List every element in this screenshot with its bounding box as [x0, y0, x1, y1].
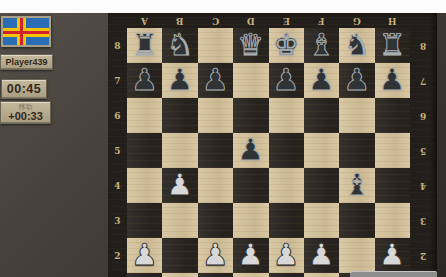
square-a1[interactable]: ♜ [127, 273, 162, 277]
rank-label-text: 7 [420, 76, 426, 86]
piece-white-pawn-e2: ♟ [273, 240, 300, 270]
square-a5[interactable] [127, 133, 162, 168]
rank-label-right-2: 2 [410, 238, 437, 273]
rank-label-left-5: 5 [108, 133, 127, 168]
square-h6[interactable] [375, 98, 410, 133]
square-d7[interactable] [233, 63, 268, 98]
square-b6[interactable] [162, 98, 197, 133]
file-label-text: C [212, 16, 219, 26]
square-f7[interactable]: ♟ [304, 63, 339, 98]
rank-label-left-6: 6 [108, 98, 127, 133]
piece-white-pawn-f2: ♟ [308, 240, 335, 270]
square-d6[interactable] [233, 98, 268, 133]
rank-label-text: 5 [420, 146, 426, 156]
rank-label-text: 8 [420, 41, 426, 51]
piece-white-pawn-a2: ♟ [131, 240, 158, 270]
rank-label-right-5: 5 [410, 133, 437, 168]
square-b2[interactable] [162, 238, 197, 273]
player-name-plate: Player439 [0, 54, 53, 70]
square-e4[interactable] [269, 168, 304, 203]
rank-label-text: 3 [114, 216, 120, 226]
square-f1[interactable]: ♝ [304, 273, 339, 277]
square-a8[interactable]: ♜ [127, 28, 162, 63]
square-g2[interactable] [339, 238, 374, 273]
piece-black-knight-b8: ♞ [167, 30, 194, 60]
rank-label-left-8: 8 [108, 28, 127, 63]
square-c8[interactable] [198, 28, 233, 63]
rank-label-left-1: 1 [108, 273, 127, 277]
piece-white-pawn-b4: ♟ [167, 170, 194, 200]
square-d8[interactable]: ♛ [233, 28, 268, 63]
aland-islands-flag-icon [3, 18, 49, 45]
square-e3[interactable] [269, 203, 304, 238]
file-label-c: C [198, 13, 233, 28]
rank-label-right-7: 7 [410, 63, 437, 98]
bottom-right-overlay-panel[interactable] [350, 271, 437, 277]
square-c1[interactable]: ♝ [198, 273, 233, 277]
square-a3[interactable] [127, 203, 162, 238]
rank-labels-right: 87654321 [410, 28, 437, 277]
piece-black-rook-a8: ♜ [131, 30, 158, 60]
square-b8[interactable]: ♞ [162, 28, 197, 63]
rank-label-text: 7 [114, 76, 120, 86]
square-b1[interactable]: ♞ [162, 273, 197, 277]
square-d3[interactable] [233, 203, 268, 238]
file-label-text: B [176, 16, 184, 26]
square-b3[interactable] [162, 203, 197, 238]
square-e7[interactable]: ♟ [269, 63, 304, 98]
player-clock: 00:45 [1, 79, 47, 99]
file-label-text: A [141, 16, 148, 26]
square-c2[interactable]: ♟ [198, 238, 233, 273]
increment-label: 移动 [19, 103, 33, 110]
increment-time: +00:33 [8, 111, 43, 122]
square-c3[interactable] [198, 203, 233, 238]
square-a6[interactable] [127, 98, 162, 133]
piece-black-queen-d8: ♛ [237, 30, 264, 60]
piece-white-pawn-d2: ♟ [237, 240, 264, 270]
rank-label-text: 3 [420, 216, 426, 226]
rank-label-text: 2 [114, 251, 120, 261]
rank-label-right-8: 8 [410, 28, 437, 63]
clock-time: 00:45 [7, 82, 41, 96]
piece-white-pawn-c2: ♟ [202, 240, 229, 270]
piece-black-bishop-f8: ♝ [308, 30, 335, 60]
square-a4[interactable] [127, 168, 162, 203]
rank-label-text: 2 [420, 251, 426, 261]
chess-board: ♜♞♛♚♝♞♜♟♟♟♟♟♟♟♟♟♝♟♟♟♟♟♟♜♞♝♛♚♝♞♜ [127, 28, 410, 277]
square-a2[interactable]: ♟ [127, 238, 162, 273]
rank-label-right-6: 6 [410, 98, 437, 133]
player-flag-plate [1, 16, 51, 47]
piece-black-bishop-g4: ♝ [343, 170, 370, 200]
square-h7[interactable]: ♟ [375, 63, 410, 98]
piece-black-pawn-a7: ♟ [131, 65, 158, 95]
piece-black-pawn-g7: ♟ [343, 65, 370, 95]
rank-label-left-2: 2 [108, 238, 127, 273]
square-b5[interactable] [162, 133, 197, 168]
square-b7[interactable]: ♟ [162, 63, 197, 98]
square-h5[interactable] [375, 133, 410, 168]
square-g3[interactable] [339, 203, 374, 238]
square-e8[interactable]: ♚ [269, 28, 304, 63]
move-increment-plate: 移动 +00:33 [0, 101, 51, 124]
rank-label-text: 8 [114, 41, 120, 51]
square-h3[interactable] [375, 203, 410, 238]
square-f4[interactable] [304, 168, 339, 203]
file-label-text: F [318, 16, 324, 26]
flag-cross-inner-v [20, 18, 23, 45]
square-c5[interactable] [198, 133, 233, 168]
square-g5[interactable] [339, 133, 374, 168]
square-f5[interactable] [304, 133, 339, 168]
square-e6[interactable] [269, 98, 304, 133]
square-d4[interactable] [233, 168, 268, 203]
square-d2[interactable]: ♟ [233, 238, 268, 273]
chess-board-frame: ABCDEFGH 87654321 87654321 ♜♞♛♚♝♞♜♟♟♟♟♟♟… [108, 13, 437, 277]
square-h2[interactable]: ♟ [375, 238, 410, 273]
rank-label-right-4: 4 [410, 168, 437, 203]
rank-label-right-3: 3 [410, 203, 437, 238]
flag-cross-inner-h [3, 31, 49, 34]
rank-label-left-4: 4 [108, 168, 127, 203]
piece-black-pawn-e7: ♟ [273, 65, 300, 95]
file-label-text: D [247, 16, 255, 26]
piece-black-pawn-b7: ♟ [167, 65, 194, 95]
square-f3[interactable] [304, 203, 339, 238]
square-e2[interactable]: ♟ [269, 238, 304, 273]
square-f8[interactable]: ♝ [304, 28, 339, 63]
piece-black-pawn-h7: ♟ [379, 65, 406, 95]
square-g7[interactable]: ♟ [339, 63, 374, 98]
window-top-strip [0, 0, 446, 13]
rank-label-left-3: 3 [108, 203, 127, 238]
square-d5[interactable]: ♟ [233, 133, 268, 168]
piece-black-king-e8: ♚ [273, 30, 300, 60]
square-g6[interactable] [339, 98, 374, 133]
file-label-text: G [353, 16, 361, 26]
square-c4[interactable] [198, 168, 233, 203]
piece-black-rook-h8: ♜ [379, 30, 406, 60]
rank-label-text: 4 [420, 181, 426, 191]
square-a7[interactable]: ♟ [127, 63, 162, 98]
rank-label-left-7: 7 [108, 63, 127, 98]
rank-label-text: 5 [114, 146, 120, 156]
square-d1[interactable]: ♛ [233, 273, 268, 277]
player-name: Player439 [5, 57, 47, 67]
piece-black-pawn-c7: ♟ [202, 65, 229, 95]
rank-label-text: 6 [420, 111, 426, 121]
square-g8[interactable]: ♞ [339, 28, 374, 63]
square-h4[interactable] [375, 168, 410, 203]
piece-black-knight-g8: ♞ [343, 30, 370, 60]
rank-label-text: 4 [114, 181, 120, 191]
file-label-text: E [283, 16, 290, 26]
square-h8[interactable]: ♜ [375, 28, 410, 63]
square-e1[interactable]: ♚ [269, 273, 304, 277]
file-label-text: H [388, 16, 397, 26]
piece-white-pawn-h2: ♟ [379, 240, 406, 270]
piece-black-pawn-d5: ♟ [237, 135, 264, 165]
square-b4[interactable]: ♟ [162, 168, 197, 203]
square-c7[interactable]: ♟ [198, 63, 233, 98]
square-e5[interactable] [269, 133, 304, 168]
piece-black-pawn-f7: ♟ [308, 65, 335, 95]
rank-labels-left: 87654321 [108, 28, 127, 277]
rank-label-text: 6 [114, 111, 120, 121]
square-f6[interactable] [304, 98, 339, 133]
square-g4[interactable]: ♝ [339, 168, 374, 203]
square-c6[interactable] [198, 98, 233, 133]
square-f2[interactable]: ♟ [304, 238, 339, 273]
